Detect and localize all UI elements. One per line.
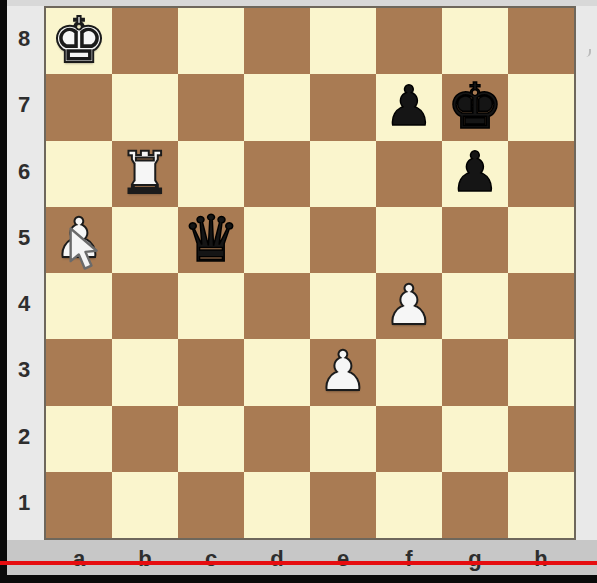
square-a3[interactable] — [46, 339, 112, 405]
piece-black-king[interactable]: ♚ — [447, 75, 503, 138]
square-c1[interactable] — [178, 472, 244, 538]
file-label-d: d — [270, 546, 283, 572]
rank-label-7: 7 — [10, 92, 38, 118]
square-b2[interactable] — [112, 406, 178, 472]
piece-black-pawn[interactable]: ♟ — [450, 145, 499, 200]
left-black-strip — [0, 0, 7, 583]
square-f2[interactable] — [376, 406, 442, 472]
square-h6[interactable] — [508, 141, 574, 207]
square-d2[interactable] — [244, 406, 310, 472]
square-g4[interactable] — [442, 273, 508, 339]
square-e6[interactable] — [310, 141, 376, 207]
square-b5[interactable] — [112, 207, 178, 273]
square-g2[interactable] — [442, 406, 508, 472]
square-h7[interactable] — [508, 74, 574, 140]
square-h5[interactable] — [508, 207, 574, 273]
file-label-c: c — [205, 546, 217, 572]
square-g6[interactable]: ♟ — [442, 141, 508, 207]
square-c3[interactable] — [178, 339, 244, 405]
square-h1[interactable] — [508, 472, 574, 538]
square-g3[interactable] — [442, 339, 508, 405]
file-label-e: e — [337, 546, 349, 572]
file-label-band — [7, 540, 597, 575]
square-f8[interactable] — [376, 8, 442, 74]
piece-white-rook[interactable]: ♜ — [119, 144, 171, 202]
square-f1[interactable] — [376, 472, 442, 538]
bottom-black-strip — [0, 575, 597, 583]
square-b8[interactable] — [112, 8, 178, 74]
square-c7[interactable] — [178, 74, 244, 140]
piece-white-pawn[interactable]: ♟ — [318, 344, 367, 399]
square-e5[interactable] — [310, 207, 376, 273]
square-g7[interactable]: ♚ — [442, 74, 508, 140]
square-d5[interactable] — [244, 207, 310, 273]
square-h4[interactable] — [508, 273, 574, 339]
square-e7[interactable] — [310, 74, 376, 140]
square-b1[interactable] — [112, 472, 178, 538]
square-a4[interactable] — [46, 273, 112, 339]
square-d3[interactable] — [244, 339, 310, 405]
square-e3[interactable]: ♟ — [310, 339, 376, 405]
square-c8[interactable] — [178, 8, 244, 74]
square-a2[interactable] — [46, 406, 112, 472]
square-b7[interactable] — [112, 74, 178, 140]
square-d8[interactable] — [244, 8, 310, 74]
square-f6[interactable] — [376, 141, 442, 207]
square-a8[interactable]: ♚ — [46, 8, 112, 74]
square-h3[interactable] — [508, 339, 574, 405]
square-b6[interactable]: ♜ — [112, 141, 178, 207]
piece-white-pawn[interactable]: ♟ — [384, 278, 433, 333]
piece-black-pawn[interactable]: ♟ — [384, 79, 433, 134]
square-f5[interactable] — [376, 207, 442, 273]
file-label-g: g — [468, 546, 481, 572]
square-c4[interactable] — [178, 273, 244, 339]
square-f7[interactable]: ♟ — [376, 74, 442, 140]
mouse-cursor-icon — [66, 227, 102, 273]
square-c2[interactable] — [178, 406, 244, 472]
piece-black-queen[interactable]: ♛ — [182, 207, 239, 271]
square-f4[interactable]: ♟ — [376, 273, 442, 339]
rank-label-6: 6 — [10, 159, 38, 185]
square-g8[interactable] — [442, 8, 508, 74]
rank-label-8: 8 — [10, 26, 38, 52]
square-g5[interactable] — [442, 207, 508, 273]
square-b3[interactable] — [112, 339, 178, 405]
red-annotation-line — [0, 561, 597, 565]
square-c6[interactable] — [178, 141, 244, 207]
square-c5[interactable]: ♛ — [178, 207, 244, 273]
rank-label-4: 4 — [10, 291, 38, 317]
file-label-b: b — [138, 546, 151, 572]
square-h8[interactable] — [508, 8, 574, 74]
square-d6[interactable] — [244, 141, 310, 207]
square-g1[interactable] — [442, 472, 508, 538]
square-d7[interactable] — [244, 74, 310, 140]
square-a1[interactable] — [46, 472, 112, 538]
square-a6[interactable] — [46, 141, 112, 207]
square-d1[interactable] — [244, 472, 310, 538]
rank-label-5: 5 — [10, 225, 38, 251]
file-label-a: a — [73, 546, 85, 572]
square-h2[interactable] — [508, 406, 574, 472]
piece-white-king[interactable]: ♚ — [51, 9, 107, 72]
square-e2[interactable] — [310, 406, 376, 472]
square-e4[interactable] — [310, 273, 376, 339]
rank-label-2: 2 — [10, 424, 38, 450]
video-artifact-mark — [584, 49, 591, 57]
rank-label-3: 3 — [10, 357, 38, 383]
square-b4[interactable] — [112, 273, 178, 339]
square-d4[interactable] — [244, 273, 310, 339]
chess-board[interactable]: ♚♟♚♜♟♟♛♟♟ — [44, 6, 576, 540]
square-f3[interactable] — [376, 339, 442, 405]
file-label-h: h — [534, 546, 547, 572]
square-a7[interactable] — [46, 74, 112, 140]
file-label-f: f — [405, 546, 412, 572]
square-e8[interactable] — [310, 8, 376, 74]
rank-label-1: 1 — [10, 490, 38, 516]
square-e1[interactable] — [310, 472, 376, 538]
